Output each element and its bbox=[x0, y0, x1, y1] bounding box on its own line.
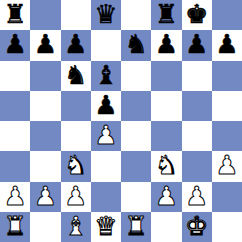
square-h6[interactable] bbox=[212, 61, 242, 91]
square-c1[interactable]: ♝ bbox=[61, 212, 91, 242]
square-d1[interactable]: ♛ bbox=[91, 212, 121, 242]
square-f3[interactable]: ♞ bbox=[151, 151, 181, 181]
square-c3[interactable]: ♞ bbox=[61, 151, 91, 181]
piece-black-rook: ♜ bbox=[155, 1, 178, 27]
piece-white-bishop: ♝ bbox=[64, 213, 87, 239]
chess-board: ♜♛♜♚♟♟♟♞♟♟♟♞♝♟♟♞♞♟♟♟♟♟♟♜♝♛♜♚ bbox=[0, 0, 242, 242]
square-b5[interactable] bbox=[30, 91, 60, 121]
square-c7[interactable]: ♟ bbox=[61, 30, 91, 60]
square-a7[interactable]: ♟ bbox=[0, 30, 30, 60]
piece-white-knight: ♞ bbox=[64, 152, 87, 178]
square-d6[interactable]: ♝ bbox=[91, 61, 121, 91]
square-c8[interactable] bbox=[61, 0, 91, 30]
piece-black-rook: ♜ bbox=[3, 1, 26, 27]
square-b7[interactable]: ♟ bbox=[30, 30, 60, 60]
piece-black-pawn: ♟ bbox=[94, 92, 117, 118]
square-g2[interactable]: ♟ bbox=[182, 182, 212, 212]
square-h5[interactable] bbox=[212, 91, 242, 121]
square-d4[interactable]: ♟ bbox=[91, 121, 121, 151]
square-d5[interactable]: ♟ bbox=[91, 91, 121, 121]
piece-black-bishop: ♝ bbox=[94, 62, 117, 88]
square-a3[interactable] bbox=[0, 151, 30, 181]
piece-black-knight: ♞ bbox=[64, 62, 87, 88]
piece-white-pawn: ♟ bbox=[215, 152, 238, 178]
square-e5[interactable] bbox=[121, 91, 151, 121]
square-c6[interactable]: ♞ bbox=[61, 61, 91, 91]
square-e3[interactable] bbox=[121, 151, 151, 181]
square-d8[interactable]: ♛ bbox=[91, 0, 121, 30]
square-f1[interactable] bbox=[151, 212, 181, 242]
piece-black-pawn: ♟ bbox=[3, 31, 26, 57]
piece-black-pawn: ♟ bbox=[185, 31, 208, 57]
square-e4[interactable] bbox=[121, 121, 151, 151]
square-f8[interactable]: ♜ bbox=[151, 0, 181, 30]
piece-white-king: ♚ bbox=[185, 213, 208, 239]
square-b1[interactable] bbox=[30, 212, 60, 242]
square-h3[interactable]: ♟ bbox=[212, 151, 242, 181]
square-a2[interactable]: ♟ bbox=[0, 182, 30, 212]
square-a5[interactable] bbox=[0, 91, 30, 121]
piece-white-pawn: ♟ bbox=[155, 183, 178, 209]
square-h1[interactable] bbox=[212, 212, 242, 242]
square-d3[interactable] bbox=[91, 151, 121, 181]
square-g7[interactable]: ♟ bbox=[182, 30, 212, 60]
square-e1[interactable]: ♜ bbox=[121, 212, 151, 242]
piece-white-pawn: ♟ bbox=[94, 122, 117, 148]
piece-black-king: ♚ bbox=[185, 1, 208, 27]
square-a4[interactable] bbox=[0, 121, 30, 151]
piece-black-queen: ♛ bbox=[94, 1, 117, 27]
square-h8[interactable] bbox=[212, 0, 242, 30]
square-b2[interactable]: ♟ bbox=[30, 182, 60, 212]
square-h7[interactable]: ♟ bbox=[212, 30, 242, 60]
square-g8[interactable]: ♚ bbox=[182, 0, 212, 30]
square-g1[interactable]: ♚ bbox=[182, 212, 212, 242]
square-h4[interactable] bbox=[212, 121, 242, 151]
square-f4[interactable] bbox=[151, 121, 181, 151]
piece-white-pawn: ♟ bbox=[34, 183, 57, 209]
piece-white-queen: ♛ bbox=[94, 213, 117, 239]
square-c5[interactable] bbox=[61, 91, 91, 121]
piece-white-knight: ♞ bbox=[155, 152, 178, 178]
piece-white-pawn: ♟ bbox=[64, 183, 87, 209]
square-d2[interactable] bbox=[91, 182, 121, 212]
piece-black-pawn: ♟ bbox=[215, 31, 238, 57]
piece-white-rook: ♜ bbox=[3, 213, 26, 239]
square-c2[interactable]: ♟ bbox=[61, 182, 91, 212]
square-b3[interactable] bbox=[30, 151, 60, 181]
square-f2[interactable]: ♟ bbox=[151, 182, 181, 212]
piece-white-rook: ♜ bbox=[124, 213, 147, 239]
square-e7[interactable]: ♞ bbox=[121, 30, 151, 60]
piece-white-pawn: ♟ bbox=[3, 183, 26, 209]
square-g5[interactable] bbox=[182, 91, 212, 121]
piece-black-pawn: ♟ bbox=[34, 31, 57, 57]
piece-black-knight: ♞ bbox=[124, 31, 147, 57]
piece-white-pawn: ♟ bbox=[185, 183, 208, 209]
square-b6[interactable] bbox=[30, 61, 60, 91]
square-f6[interactable] bbox=[151, 61, 181, 91]
square-a1[interactable]: ♜ bbox=[0, 212, 30, 242]
square-f7[interactable]: ♟ bbox=[151, 30, 181, 60]
square-e6[interactable] bbox=[121, 61, 151, 91]
square-b8[interactable] bbox=[30, 0, 60, 30]
square-g4[interactable] bbox=[182, 121, 212, 151]
square-f5[interactable] bbox=[151, 91, 181, 121]
square-e8[interactable] bbox=[121, 0, 151, 30]
square-g3[interactable] bbox=[182, 151, 212, 181]
square-e2[interactable] bbox=[121, 182, 151, 212]
square-h2[interactable] bbox=[212, 182, 242, 212]
square-d7[interactable] bbox=[91, 30, 121, 60]
square-a6[interactable] bbox=[0, 61, 30, 91]
square-b4[interactable] bbox=[30, 121, 60, 151]
square-c4[interactable] bbox=[61, 121, 91, 151]
square-a8[interactable]: ♜ bbox=[0, 0, 30, 30]
square-g6[interactable] bbox=[182, 61, 212, 91]
piece-black-pawn: ♟ bbox=[64, 31, 87, 57]
piece-black-pawn: ♟ bbox=[155, 31, 178, 57]
